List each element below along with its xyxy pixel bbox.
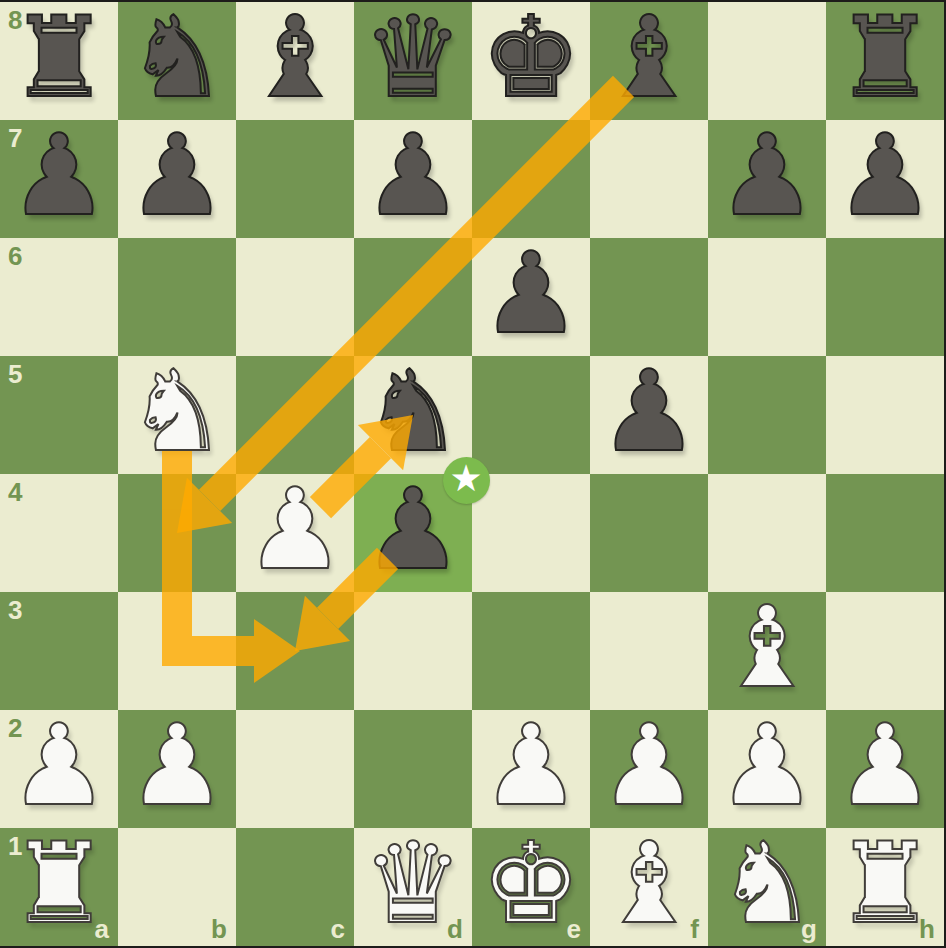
piece-bR-a8[interactable]: ♜ xyxy=(0,0,118,116)
piece-wK-e1[interactable]: ♚ xyxy=(472,824,590,942)
square-b2[interactable]: ♟︎ xyxy=(118,710,236,828)
square-h4[interactable] xyxy=(826,474,944,592)
square-e8[interactable]: ♚ xyxy=(472,2,590,120)
square-a8[interactable]: 8♜ xyxy=(0,2,118,120)
piece-wQ-d1[interactable]: ♛ xyxy=(354,824,472,942)
star-icon: ★ xyxy=(449,460,482,497)
square-e2[interactable]: ♟︎ xyxy=(472,710,590,828)
square-e6[interactable]: ♟︎ xyxy=(472,238,590,356)
piece-wN-g1[interactable]: ♞ xyxy=(708,824,826,942)
square-f5[interactable]: ♟︎ xyxy=(590,356,708,474)
square-d7[interactable]: ♟︎ xyxy=(354,120,472,238)
piece-bR-h8[interactable]: ♜ xyxy=(826,0,944,116)
rank-label-3: 3 xyxy=(8,597,22,623)
square-d1[interactable]: d♛ xyxy=(354,828,472,946)
square-e1[interactable]: e♚ xyxy=(472,828,590,946)
piece-wP-g2[interactable]: ♟︎ xyxy=(708,706,826,824)
square-f1[interactable]: f♝ xyxy=(590,828,708,946)
square-b6[interactable] xyxy=(118,238,236,356)
square-d2[interactable] xyxy=(354,710,472,828)
best-move-star-badge: ★ xyxy=(443,457,490,504)
piece-bN-b8[interactable]: ♞ xyxy=(118,0,236,116)
square-g3[interactable]: ♝ xyxy=(708,592,826,710)
piece-bP-a7[interactable]: ♟︎ xyxy=(0,116,118,234)
square-c1[interactable]: c xyxy=(236,828,354,946)
rank-label-6: 6 xyxy=(8,243,22,269)
square-h8[interactable]: ♜ xyxy=(826,2,944,120)
square-f3[interactable] xyxy=(590,592,708,710)
square-d3[interactable] xyxy=(354,592,472,710)
square-b1[interactable]: b xyxy=(118,828,236,946)
square-g2[interactable]: ♟︎ xyxy=(708,710,826,828)
square-a3[interactable]: 3 xyxy=(0,592,118,710)
piece-wR-h1[interactable]: ♜ xyxy=(826,824,944,942)
square-e3[interactable] xyxy=(472,592,590,710)
piece-wN-b5[interactable]: ♞ xyxy=(118,352,236,470)
piece-bP-h7[interactable]: ♟︎ xyxy=(826,116,944,234)
piece-wP-h2[interactable]: ♟︎ xyxy=(826,706,944,824)
piece-wP-a2[interactable]: ♟︎ xyxy=(0,706,118,824)
square-g8[interactable] xyxy=(708,2,826,120)
file-label-c: c xyxy=(331,916,345,942)
rank-label-5: 5 xyxy=(8,361,22,387)
piece-wP-f2[interactable]: ♟︎ xyxy=(590,706,708,824)
square-b5[interactable]: ♞ xyxy=(118,356,236,474)
piece-bP-g7[interactable]: ♟︎ xyxy=(708,116,826,234)
square-h1[interactable]: h♜ xyxy=(826,828,944,946)
square-g1[interactable]: g♞ xyxy=(708,828,826,946)
square-e5[interactable] xyxy=(472,356,590,474)
square-g5[interactable] xyxy=(708,356,826,474)
square-b4[interactable] xyxy=(118,474,236,592)
piece-bQ-d8[interactable]: ♛ xyxy=(354,0,472,116)
piece-bP-f5[interactable]: ♟︎ xyxy=(590,352,708,470)
square-e7[interactable] xyxy=(472,120,590,238)
piece-wP-b2[interactable]: ♟︎ xyxy=(118,706,236,824)
piece-bP-e6[interactable]: ♟︎ xyxy=(472,234,590,352)
piece-wB-f1[interactable]: ♝ xyxy=(590,824,708,942)
square-a7[interactable]: 7♟︎ xyxy=(0,120,118,238)
piece-wB-g3[interactable]: ♝ xyxy=(708,588,826,706)
square-e4[interactable] xyxy=(472,474,590,592)
piece-bB-f8[interactable]: ♝ xyxy=(590,0,708,116)
square-f7[interactable] xyxy=(590,120,708,238)
piece-bN-d5[interactable]: ♞ xyxy=(354,352,472,470)
square-c7[interactable] xyxy=(236,120,354,238)
piece-wP-c4[interactable]: ♟︎ xyxy=(236,470,354,588)
rank-label-4: 4 xyxy=(8,479,22,505)
square-b3[interactable] xyxy=(118,592,236,710)
square-f8[interactable]: ♝ xyxy=(590,2,708,120)
piece-bP-d7[interactable]: ♟︎ xyxy=(354,116,472,234)
square-g7[interactable]: ♟︎ xyxy=(708,120,826,238)
square-d8[interactable]: ♛ xyxy=(354,2,472,120)
square-c4[interactable]: ♟︎ xyxy=(236,474,354,592)
square-f2[interactable]: ♟︎ xyxy=(590,710,708,828)
square-h5[interactable] xyxy=(826,356,944,474)
square-c3[interactable] xyxy=(236,592,354,710)
square-c5[interactable] xyxy=(236,356,354,474)
square-a6[interactable]: 6 xyxy=(0,238,118,356)
piece-wR-a1[interactable]: ♜ xyxy=(0,824,118,942)
square-b8[interactable]: ♞ xyxy=(118,2,236,120)
square-a5[interactable]: 5 xyxy=(0,356,118,474)
square-c2[interactable] xyxy=(236,710,354,828)
square-a1[interactable]: 1a♜ xyxy=(0,828,118,946)
square-h6[interactable] xyxy=(826,238,944,356)
square-b7[interactable]: ♟︎ xyxy=(118,120,236,238)
square-h3[interactable] xyxy=(826,592,944,710)
square-h7[interactable]: ♟︎ xyxy=(826,120,944,238)
square-a2[interactable]: 2♟︎ xyxy=(0,710,118,828)
square-d6[interactable] xyxy=(354,238,472,356)
piece-wP-e2[interactable]: ♟︎ xyxy=(472,706,590,824)
square-f4[interactable] xyxy=(590,474,708,592)
square-c8[interactable]: ♝ xyxy=(236,2,354,120)
square-g6[interactable] xyxy=(708,238,826,356)
piece-bK-e8[interactable]: ♚ xyxy=(472,0,590,116)
file-label-b: b xyxy=(211,916,227,942)
piece-bB-c8[interactable]: ♝ xyxy=(236,0,354,116)
square-h2[interactable]: ♟︎ xyxy=(826,710,944,828)
piece-bP-b7[interactable]: ♟︎ xyxy=(118,116,236,234)
square-f6[interactable] xyxy=(590,238,708,356)
square-g4[interactable] xyxy=(708,474,826,592)
square-a4[interactable]: 4 xyxy=(0,474,118,592)
square-c6[interactable] xyxy=(236,238,354,356)
